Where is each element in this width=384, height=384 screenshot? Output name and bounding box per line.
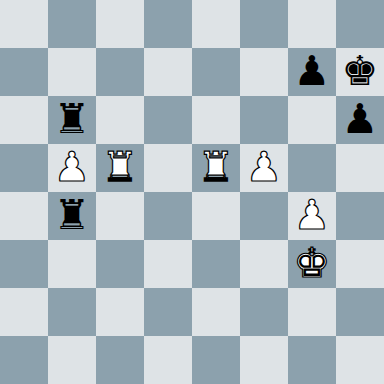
square-d3[interactable] [144, 240, 192, 288]
chess-board: ♟♚♜♟♟♜♜♟♜♟♚ [0, 0, 384, 384]
square-f3[interactable] [240, 240, 288, 288]
piece-black-rook[interactable]: ♜ [54, 191, 91, 239]
square-f6[interactable] [240, 96, 288, 144]
square-e6[interactable] [192, 96, 240, 144]
square-b3[interactable] [48, 240, 96, 288]
square-a3[interactable] [0, 240, 48, 288]
square-b6[interactable]: ♜ [48, 96, 96, 144]
square-d6[interactable] [144, 96, 192, 144]
square-e5[interactable]: ♜ [192, 144, 240, 192]
piece-white-pawn[interactable]: ♟ [246, 143, 283, 191]
square-e2[interactable] [192, 288, 240, 336]
square-c1[interactable] [96, 336, 144, 384]
square-e1[interactable] [192, 336, 240, 384]
square-e3[interactable] [192, 240, 240, 288]
piece-white-rook[interactable]: ♜ [102, 143, 139, 191]
square-e7[interactable] [192, 48, 240, 96]
piece-black-pawn[interactable]: ♟ [294, 47, 331, 95]
square-b2[interactable] [48, 288, 96, 336]
square-c5[interactable]: ♜ [96, 144, 144, 192]
square-f1[interactable] [240, 336, 288, 384]
square-c7[interactable] [96, 48, 144, 96]
square-h6[interactable]: ♟ [336, 96, 384, 144]
square-d4[interactable] [144, 192, 192, 240]
square-f4[interactable] [240, 192, 288, 240]
square-b1[interactable] [48, 336, 96, 384]
square-b5[interactable]: ♟ [48, 144, 96, 192]
square-h4[interactable] [336, 192, 384, 240]
square-f5[interactable]: ♟ [240, 144, 288, 192]
square-c6[interactable] [96, 96, 144, 144]
square-h2[interactable] [336, 288, 384, 336]
square-h5[interactable] [336, 144, 384, 192]
piece-white-king[interactable]: ♚ [294, 239, 331, 287]
square-d2[interactable] [144, 288, 192, 336]
square-d5[interactable] [144, 144, 192, 192]
square-h7[interactable]: ♚ [336, 48, 384, 96]
square-c2[interactable] [96, 288, 144, 336]
square-a4[interactable] [0, 192, 48, 240]
square-g8[interactable] [288, 0, 336, 48]
square-e8[interactable] [192, 0, 240, 48]
square-g4[interactable]: ♟ [288, 192, 336, 240]
square-g7[interactable]: ♟ [288, 48, 336, 96]
square-h8[interactable] [336, 0, 384, 48]
square-a6[interactable] [0, 96, 48, 144]
square-e4[interactable] [192, 192, 240, 240]
square-f7[interactable] [240, 48, 288, 96]
square-f8[interactable] [240, 0, 288, 48]
square-b4[interactable]: ♜ [48, 192, 96, 240]
square-g3[interactable]: ♚ [288, 240, 336, 288]
square-d7[interactable] [144, 48, 192, 96]
square-d1[interactable] [144, 336, 192, 384]
square-b8[interactable] [48, 0, 96, 48]
square-h1[interactable] [336, 336, 384, 384]
square-g1[interactable] [288, 336, 336, 384]
square-a2[interactable] [0, 288, 48, 336]
square-b7[interactable] [48, 48, 96, 96]
square-c4[interactable] [96, 192, 144, 240]
square-d8[interactable] [144, 0, 192, 48]
square-c3[interactable] [96, 240, 144, 288]
square-a8[interactable] [0, 0, 48, 48]
piece-white-pawn[interactable]: ♟ [294, 191, 331, 239]
square-a1[interactable] [0, 336, 48, 384]
piece-black-rook[interactable]: ♜ [54, 95, 91, 143]
square-a7[interactable] [0, 48, 48, 96]
piece-black-pawn[interactable]: ♟ [342, 95, 379, 143]
square-g5[interactable] [288, 144, 336, 192]
square-c8[interactable] [96, 0, 144, 48]
square-g2[interactable] [288, 288, 336, 336]
piece-black-king[interactable]: ♚ [342, 47, 379, 95]
piece-white-pawn[interactable]: ♟ [54, 143, 91, 191]
piece-white-rook[interactable]: ♜ [198, 143, 235, 191]
square-g6[interactable] [288, 96, 336, 144]
square-a5[interactable] [0, 144, 48, 192]
square-f2[interactable] [240, 288, 288, 336]
square-h3[interactable] [336, 240, 384, 288]
